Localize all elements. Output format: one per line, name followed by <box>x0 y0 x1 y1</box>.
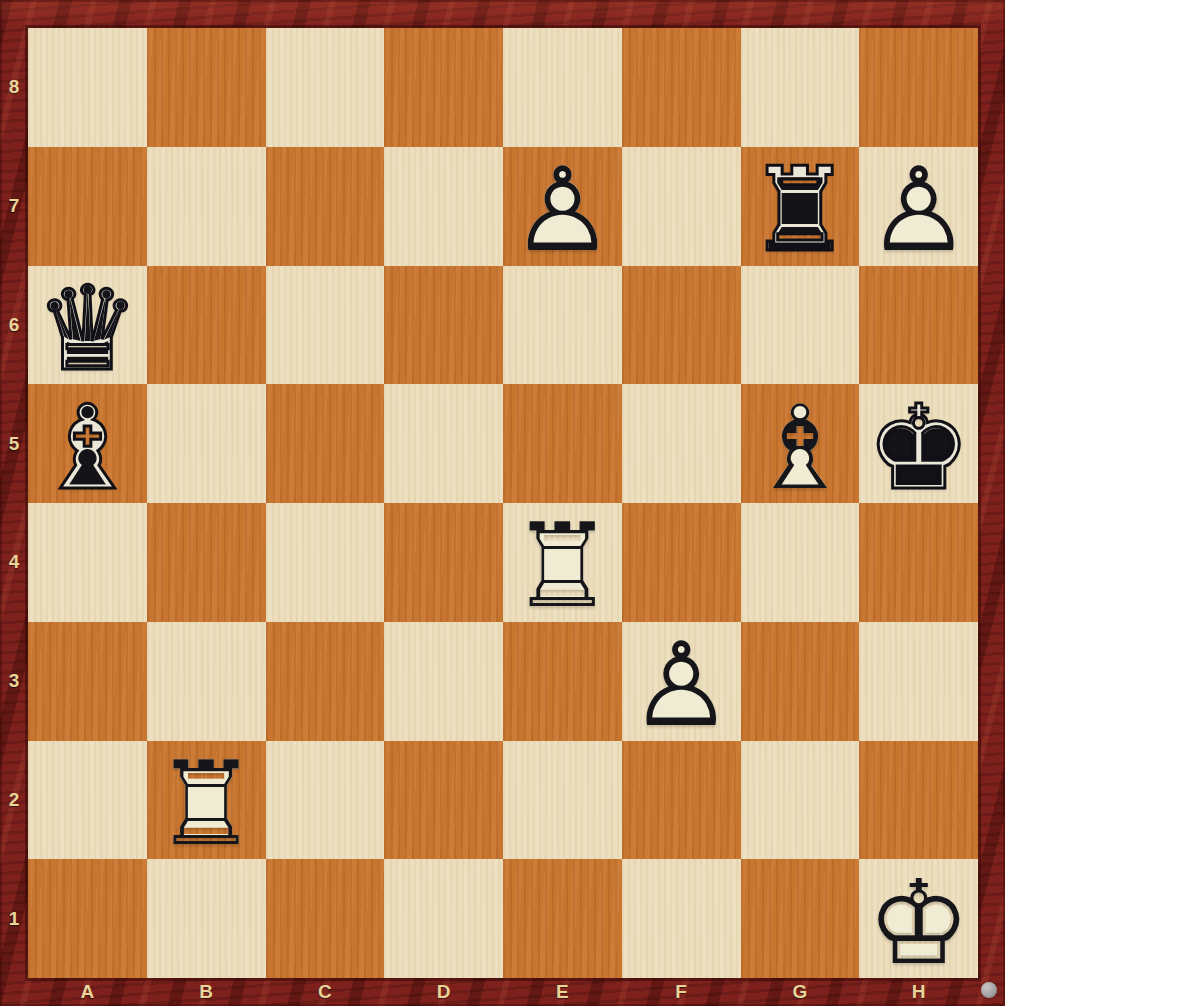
white-rook-icon: ♖ <box>147 745 266 864</box>
screenshot-root: ♟♙♜♖♜♟♙♛♕♛♝♗♝♝♗♚♔♚♜♖♟♙♜♖♚♔ 87654321ABCDE… <box>0 0 1200 1006</box>
file-label-h: H <box>859 977 978 1006</box>
square-h1[interactable]: ♚♔ <box>859 859 978 978</box>
square-g2[interactable] <box>741 741 860 860</box>
square-c6[interactable] <box>266 266 385 385</box>
square-b1[interactable] <box>147 859 266 978</box>
square-e8[interactable] <box>503 28 622 147</box>
square-f6[interactable] <box>622 266 741 385</box>
square-a4[interactable] <box>28 503 147 622</box>
file-label-f: F <box>622 977 741 1006</box>
square-c7[interactable] <box>266 147 385 266</box>
square-d2[interactable] <box>384 741 503 860</box>
rank-label-8: 8 <box>0 28 28 147</box>
square-d1[interactable] <box>384 859 503 978</box>
rank-label-7: 7 <box>0 147 28 266</box>
rank-label-4: 4 <box>0 503 28 622</box>
square-b4[interactable] <box>147 503 266 622</box>
square-c5[interactable] <box>266 384 385 503</box>
square-h5[interactable]: ♚♔♚ <box>859 384 978 503</box>
square-c3[interactable] <box>266 622 385 741</box>
square-g4[interactable] <box>741 503 860 622</box>
white-rook[interactable]: ♜♖ <box>503 503 622 622</box>
square-d5[interactable] <box>384 384 503 503</box>
square-d7[interactable] <box>384 147 503 266</box>
square-b7[interactable] <box>147 147 266 266</box>
square-g7[interactable]: ♜♖♜ <box>741 147 860 266</box>
square-b5[interactable] <box>147 384 266 503</box>
square-h4[interactable] <box>859 503 978 622</box>
rank-label-6: 6 <box>0 266 28 385</box>
rank-label-3: 3 <box>0 622 28 741</box>
square-b6[interactable] <box>147 266 266 385</box>
white-bishop-icon: ♗ <box>741 388 860 507</box>
white-pawn-icon: ♙ <box>503 151 622 270</box>
square-f7[interactable] <box>622 147 741 266</box>
white-pawn[interactable]: ♟♙ <box>503 147 622 266</box>
square-a8[interactable] <box>28 28 147 147</box>
square-f8[interactable] <box>622 28 741 147</box>
square-g8[interactable] <box>741 28 860 147</box>
square-h3[interactable] <box>859 622 978 741</box>
white-pawn[interactable]: ♟♙ <box>859 147 978 266</box>
square-d4[interactable] <box>384 503 503 622</box>
file-label-d: D <box>384 977 503 1006</box>
square-f3[interactable]: ♟♙ <box>622 622 741 741</box>
square-h7[interactable]: ♟♙ <box>859 147 978 266</box>
square-g3[interactable] <box>741 622 860 741</box>
square-h2[interactable] <box>859 741 978 860</box>
file-label-c: C <box>266 977 385 1006</box>
square-c4[interactable] <box>266 503 385 622</box>
square-c1[interactable] <box>266 859 385 978</box>
square-g6[interactable] <box>741 266 860 385</box>
square-b8[interactable] <box>147 28 266 147</box>
file-label-g: G <box>741 977 860 1006</box>
board-frame: ♟♙♜♖♜♟♙♛♕♛♝♗♝♝♗♚♔♚♜♖♟♙♜♖♚♔ 87654321ABCDE… <box>0 0 1005 1006</box>
rank-label-1: 1 <box>0 859 28 978</box>
white-pawn-icon: ♙ <box>622 626 741 745</box>
black-queen[interactable]: ♛♕♛ <box>28 266 147 385</box>
square-b3[interactable] <box>147 622 266 741</box>
black-bishop-icon: ♝ <box>28 388 147 507</box>
square-g1[interactable] <box>741 859 860 978</box>
square-e6[interactable] <box>503 266 622 385</box>
square-e1[interactable] <box>503 859 622 978</box>
chess-board: ♟♙♜♖♜♟♙♛♕♛♝♗♝♝♗♚♔♚♜♖♟♙♜♖♚♔ <box>28 28 978 978</box>
square-g5[interactable]: ♝♗ <box>741 384 860 503</box>
file-label-a: A <box>28 977 147 1006</box>
rank-label-5: 5 <box>0 384 28 503</box>
square-a2[interactable] <box>28 741 147 860</box>
corner-screw-pin-icon <box>981 982 997 998</box>
square-d3[interactable] <box>384 622 503 741</box>
square-a5[interactable]: ♝♗♝ <box>28 384 147 503</box>
white-rook-icon: ♖ <box>503 507 622 626</box>
square-e2[interactable] <box>503 741 622 860</box>
square-e7[interactable]: ♟♙ <box>503 147 622 266</box>
square-a1[interactable] <box>28 859 147 978</box>
white-king[interactable]: ♚♔ <box>859 859 978 978</box>
black-bishop[interactable]: ♝♗♝ <box>28 384 147 503</box>
white-rook[interactable]: ♜♖ <box>147 741 266 860</box>
square-e4[interactable]: ♜♖ <box>503 503 622 622</box>
square-b2[interactable]: ♜♖ <box>147 741 266 860</box>
file-label-e: E <box>503 977 622 1006</box>
white-pawn[interactable]: ♟♙ <box>622 622 741 741</box>
square-f5[interactable] <box>622 384 741 503</box>
white-pawn-icon: ♙ <box>859 151 978 270</box>
square-c2[interactable] <box>266 741 385 860</box>
black-king[interactable]: ♚♔♚ <box>859 384 978 503</box>
black-king-icon: ♚ <box>859 388 978 507</box>
black-rook-icon: ♜ <box>741 151 860 270</box>
black-rook[interactable]: ♜♖♜ <box>741 147 860 266</box>
file-label-b: B <box>147 977 266 1006</box>
square-f2[interactable] <box>622 741 741 860</box>
white-king-icon: ♔ <box>859 863 978 982</box>
square-a3[interactable] <box>28 622 147 741</box>
square-f1[interactable] <box>622 859 741 978</box>
square-a7[interactable] <box>28 147 147 266</box>
square-d6[interactable] <box>384 266 503 385</box>
square-h8[interactable] <box>859 28 978 147</box>
square-a6[interactable]: ♛♕♛ <box>28 266 147 385</box>
square-h6[interactable] <box>859 266 978 385</box>
rank-label-2: 2 <box>0 741 28 860</box>
square-e5[interactable] <box>503 384 622 503</box>
square-f4[interactable] <box>622 503 741 622</box>
square-e3[interactable] <box>503 622 622 741</box>
white-bishop[interactable]: ♝♗ <box>741 384 860 503</box>
black-queen-icon: ♛ <box>28 270 147 389</box>
square-c8[interactable] <box>266 28 385 147</box>
square-d8[interactable] <box>384 28 503 147</box>
